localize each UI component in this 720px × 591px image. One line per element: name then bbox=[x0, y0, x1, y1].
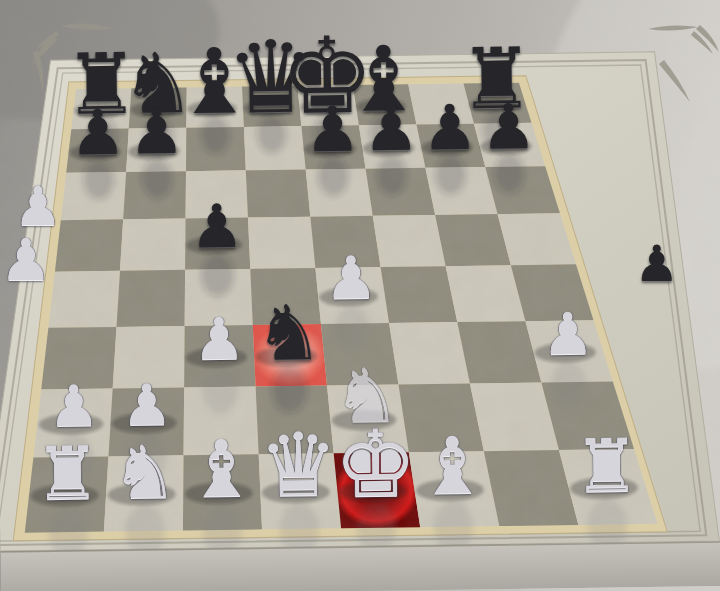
piece-white-bishop-f1[interactable]: ♝ bbox=[417, 426, 489, 506]
piece-white-king-e1[interactable]: ♚ bbox=[334, 417, 418, 510]
piece-black-pawn-g7[interactable]: ♟ bbox=[422, 96, 479, 159]
piece-white-queen-d1[interactable]: ♛ bbox=[258, 421, 338, 510]
piece-black-pawn-c5[interactable]: ♟ bbox=[190, 196, 245, 257]
board-world: ♜♞♝♛♚♝♜♟♟♟♟♟♟♟♟♞♟♟♟♟♞♜♞♝♛♚♝♜ bbox=[0, 0, 720, 591]
captured-black-pawn: ♟ bbox=[635, 239, 680, 289]
piece-white-bishop-c1[interactable]: ♝ bbox=[186, 429, 258, 509]
piece-black-pawn-e7[interactable]: ♟ bbox=[304, 98, 361, 161]
piece-black-pawn-a7[interactable]: ♟ bbox=[70, 101, 127, 164]
piece-white-rook-a1[interactable]: ♜ bbox=[34, 436, 101, 510]
piece-white-knight-b1[interactable]: ♞ bbox=[111, 435, 178, 509]
piece-white-pawn-a2[interactable]: ♟ bbox=[48, 378, 100, 435]
piece-black-knight-d3[interactable]: ♞ bbox=[254, 295, 323, 372]
piece-black-pawn-b7[interactable]: ♟ bbox=[128, 100, 185, 163]
chess-3d-scene: ♜♞♝♛♚♝♜♟♟♟♟♟♟♟♟♞♟♟♟♟♞♜♞♝♛♚♝♜ ♟♟♟ bbox=[0, 0, 720, 591]
piece-black-pawn-h7[interactable]: ♟ bbox=[480, 96, 537, 159]
piece-white-pawn-b2[interactable]: ♟ bbox=[121, 377, 173, 434]
piece-black-pawn-f7[interactable]: ♟ bbox=[363, 97, 420, 160]
piece-white-pawn-c3[interactable]: ♟ bbox=[193, 310, 246, 369]
piece-white-pawn-h3[interactable]: ♟ bbox=[542, 305, 595, 364]
piece-white-pawn-e4[interactable]: ♟ bbox=[324, 249, 378, 309]
captured-white-pawn: ♟ bbox=[0, 231, 52, 289]
piece-white-rook-h1[interactable]: ♜ bbox=[573, 428, 640, 502]
